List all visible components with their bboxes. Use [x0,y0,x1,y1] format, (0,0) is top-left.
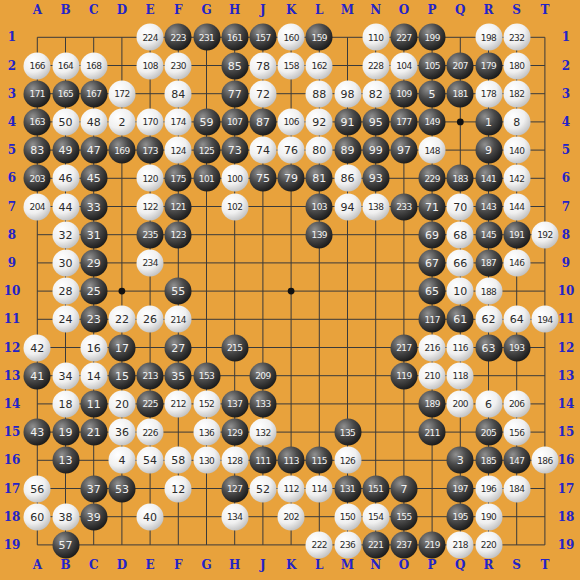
black-stone-B19-move-57[interactable]: 57 [52,531,79,558]
black-stone-B16-move-13[interactable]: 13 [52,447,79,474]
black-stone-A15-move-43[interactable]: 43 [24,419,51,446]
white-stone-C12-move-16[interactable]: 16 [80,334,107,361]
black-stone-F8-move-123[interactable]: 123 [165,221,192,248]
black-stone-R15-move-205[interactable]: 205 [475,419,502,446]
white-stone-L17-move-114[interactable]: 114 [306,475,333,502]
white-stone-L3-move-88[interactable]: 88 [306,80,333,107]
black-stone-C5-move-47[interactable]: 47 [80,137,107,164]
white-stone-J3-move-72[interactable]: 72 [249,80,276,107]
black-stone-N19-move-221[interactable]: 221 [362,531,389,558]
white-stone-S17-move-184[interactable]: 184 [503,475,530,502]
black-stone-H12-move-215[interactable]: 215 [221,334,248,361]
white-stone-Q10-move-10[interactable]: 10 [447,278,474,305]
white-stone-Q7-move-70[interactable]: 70 [447,193,474,220]
white-stone-S4-move-8[interactable]: 8 [503,108,530,135]
white-stone-S9-move-146[interactable]: 146 [503,249,530,276]
black-stone-P14-move-189[interactable]: 189 [419,390,446,417]
white-stone-N3-move-82[interactable]: 82 [362,80,389,107]
black-stone-J6-move-75[interactable]: 75 [249,165,276,192]
black-stone-Q2-move-207[interactable]: 207 [447,52,474,79]
black-stone-C14-move-11[interactable]: 11 [80,390,107,417]
black-stone-F12-move-27[interactable]: 27 [165,334,192,361]
black-stone-K6-move-79[interactable]: 79 [278,165,305,192]
black-stone-D12-move-17[interactable]: 17 [108,334,135,361]
white-stone-E18-move-40[interactable]: 40 [137,503,164,530]
black-stone-P6-move-229[interactable]: 229 [419,165,446,192]
black-stone-C15-move-21[interactable]: 21 [80,419,107,446]
black-stone-A5-move-83[interactable]: 83 [24,137,51,164]
black-stone-R8-move-145[interactable]: 145 [475,221,502,248]
white-stone-F4-move-174[interactable]: 174 [165,108,192,135]
col-label-top-R: R [484,4,494,16]
black-stone-N5-move-99[interactable]: 99 [362,137,389,164]
black-stone-B5-move-49[interactable]: 49 [52,137,79,164]
black-stone-P8-move-69[interactable]: 69 [419,221,446,248]
black-stone-G1-move-231[interactable]: 231 [193,24,220,51]
black-stone-O13-move-119[interactable]: 119 [390,362,417,389]
black-stone-Q6-move-183[interactable]: 183 [447,165,474,192]
black-stone-Q18-move-195[interactable]: 195 [447,503,474,530]
black-stone-P7-move-71[interactable]: 71 [419,193,446,220]
move-number: 121 [171,202,186,212]
white-stone-P5-move-148[interactable]: 148 [419,137,446,164]
white-stone-T11-move-194[interactable]: 194 [531,306,558,333]
move-number: 185 [481,455,496,465]
white-stone-R19-move-220[interactable]: 220 [475,531,502,558]
col-label-bottom-O: O [399,559,409,571]
black-stone-J13-move-209[interactable]: 209 [249,362,276,389]
black-stone-H5-move-73[interactable]: 73 [221,137,248,164]
row-label-right-10: 10 [558,285,575,297]
white-stone-K17-move-112[interactable]: 112 [278,475,305,502]
white-stone-R10-move-188[interactable]: 188 [475,278,502,305]
black-stone-P11-move-117[interactable]: 117 [419,306,446,333]
black-stone-O7-move-233[interactable]: 233 [390,193,417,220]
white-stone-E9-move-234[interactable]: 234 [137,249,164,276]
white-stone-F2-move-230[interactable]: 230 [165,52,192,79]
move-number: 124 [171,145,186,155]
move-number: 103 [312,202,327,212]
black-stone-E14-move-225[interactable]: 225 [137,390,164,417]
move-number: 132 [255,427,270,437]
black-stone-C7-move-33[interactable]: 33 [80,193,107,220]
white-stone-D4-move-2[interactable]: 2 [108,108,135,135]
white-stone-H6-move-100[interactable]: 100 [221,165,248,192]
col-label-top-A: A [33,4,42,16]
white-stone-T16-move-186[interactable]: 186 [531,447,558,474]
white-stone-A12-move-42[interactable]: 42 [24,334,51,361]
white-stone-T8-move-192[interactable]: 192 [531,221,558,248]
black-stone-N6-move-93[interactable]: 93 [362,165,389,192]
black-stone-P10-move-65[interactable]: 65 [419,278,446,305]
black-stone-O19-move-237[interactable]: 237 [390,531,417,558]
white-stone-B8-move-32[interactable]: 32 [52,221,79,248]
black-stone-H15-move-129[interactable]: 129 [221,419,248,446]
move-number: 60 [30,510,44,523]
col-label-bottom-G: G [201,559,211,571]
col-label-top-M: M [341,4,354,16]
white-stone-K1-move-160[interactable]: 160 [278,24,305,51]
white-stone-E7-move-122[interactable]: 122 [137,193,164,220]
black-stone-G6-move-101[interactable]: 101 [193,165,220,192]
white-stone-K2-move-158[interactable]: 158 [278,52,305,79]
white-stone-Q14-move-200[interactable]: 200 [447,390,474,417]
black-stone-M15-move-135[interactable]: 135 [334,419,361,446]
move-number: 42 [30,341,44,354]
white-stone-R1-move-198[interactable]: 198 [475,24,502,51]
move-number: 78 [256,59,270,72]
black-stone-H1-move-161[interactable]: 161 [221,24,248,51]
black-stone-H4-move-107[interactable]: 107 [221,108,248,135]
white-stone-S6-move-142[interactable]: 142 [503,165,530,192]
black-stone-G13-move-153[interactable]: 153 [193,362,220,389]
white-stone-Q12-move-116[interactable]: 116 [447,334,474,361]
white-stone-B2-move-164[interactable]: 164 [52,52,79,79]
black-stone-J4-move-87[interactable]: 87 [249,108,276,135]
black-stone-P3-move-5[interactable]: 5 [419,80,446,107]
white-stone-K4-move-106[interactable]: 106 [278,108,305,135]
col-label-top-L: L [315,4,323,16]
black-stone-H2-move-85[interactable]: 85 [221,52,248,79]
move-number: 9 [485,144,492,157]
white-stone-D14-move-20[interactable]: 20 [108,390,135,417]
white-stone-F16-move-58[interactable]: 58 [165,447,192,474]
white-stone-L4-move-92[interactable]: 92 [306,108,333,135]
white-stone-G15-move-136[interactable]: 136 [193,419,220,446]
white-stone-S15-move-156[interactable]: 156 [503,419,530,446]
col-label-bottom-L: L [315,559,323,571]
black-stone-C6-move-45[interactable]: 45 [80,165,107,192]
black-stone-R9-move-187[interactable]: 187 [475,249,502,276]
white-stone-A18-move-60[interactable]: 60 [24,503,51,530]
move-number: 162 [312,61,327,71]
move-number: 47 [87,144,101,157]
white-stone-B14-move-18[interactable]: 18 [52,390,79,417]
white-stone-R17-move-196[interactable]: 196 [475,475,502,502]
black-stone-R12-move-63[interactable]: 63 [475,334,502,361]
white-stone-F3-move-84[interactable]: 84 [165,80,192,107]
move-number: 133 [255,399,270,409]
move-number: 79 [284,172,298,185]
black-stone-J14-move-133[interactable]: 133 [249,390,276,417]
move-number: 68 [453,228,467,241]
white-stone-F11-move-214[interactable]: 214 [165,306,192,333]
move-number: 209 [255,371,270,381]
white-stone-M7-move-94[interactable]: 94 [334,193,361,220]
white-stone-Q9-move-66[interactable]: 66 [447,249,474,276]
move-number: 45 [87,172,101,185]
move-number: 214 [171,314,186,324]
white-stone-G16-move-130[interactable]: 130 [193,447,220,474]
black-stone-F1-move-223[interactable]: 223 [165,24,192,51]
col-label-top-E: E [146,4,155,16]
black-stone-R6-move-141[interactable]: 141 [475,165,502,192]
white-stone-H16-move-128[interactable]: 128 [221,447,248,474]
white-stone-B4-move-50[interactable]: 50 [52,108,79,135]
black-stone-E13-move-213[interactable]: 213 [137,362,164,389]
white-stone-P13-move-210[interactable]: 210 [419,362,446,389]
black-stone-D17-move-53[interactable]: 53 [108,475,135,502]
white-stone-M6-move-86[interactable]: 86 [334,165,361,192]
move-number: 110 [368,32,383,42]
white-stone-R14-move-6[interactable]: 6 [475,390,502,417]
black-stone-F6-move-175[interactable]: 175 [165,165,192,192]
black-stone-O17-move-7[interactable]: 7 [390,475,417,502]
black-stone-H14-move-137[interactable]: 137 [221,390,248,417]
white-stone-J15-move-132[interactable]: 132 [249,419,276,446]
move-number: 141 [481,173,496,183]
move-number: 194 [537,314,552,324]
black-stone-R2-move-179[interactable]: 179 [475,52,502,79]
white-stone-S1-move-232[interactable]: 232 [503,24,530,51]
white-stone-J5-move-74[interactable]: 74 [249,137,276,164]
black-stone-A6-move-203[interactable]: 203 [24,165,51,192]
black-stone-K16-move-113[interactable]: 113 [278,447,305,474]
black-stone-F13-move-35[interactable]: 35 [165,362,192,389]
move-number: 173 [142,145,157,155]
black-stone-F10-move-55[interactable]: 55 [165,278,192,305]
white-stone-N2-move-228[interactable]: 228 [362,52,389,79]
white-stone-L2-move-162[interactable]: 162 [306,52,333,79]
white-stone-B18-move-38[interactable]: 38 [52,503,79,530]
white-stone-N1-move-110[interactable]: 110 [362,24,389,51]
move-number: 178 [481,89,496,99]
black-stone-B15-move-19[interactable]: 19 [52,419,79,446]
move-number: 198 [481,32,496,42]
move-number: 91 [341,115,355,128]
white-stone-E1-move-224[interactable]: 224 [137,24,164,51]
move-number: 97 [397,144,411,157]
white-stone-E4-move-170[interactable]: 170 [137,108,164,135]
white-stone-B7-move-44[interactable]: 44 [52,193,79,220]
black-stone-L1-move-159[interactable]: 159 [306,24,333,51]
col-label-bottom-F: F [174,559,183,571]
black-stone-E8-move-235[interactable]: 235 [137,221,164,248]
white-stone-E11-move-26[interactable]: 26 [137,306,164,333]
white-stone-F5-move-124[interactable]: 124 [165,137,192,164]
white-stone-A17-move-56[interactable]: 56 [24,475,51,502]
white-stone-B11-move-24[interactable]: 24 [52,306,79,333]
move-number: 186 [537,455,552,465]
black-stone-O5-move-97[interactable]: 97 [390,137,417,164]
white-stone-M3-move-98[interactable]: 98 [334,80,361,107]
black-stone-C8-move-31[interactable]: 31 [80,221,107,248]
white-stone-P12-move-216[interactable]: 216 [419,334,446,361]
white-stone-Q13-move-118[interactable]: 118 [447,362,474,389]
move-number: 183 [453,173,468,183]
white-stone-S5-move-140[interactable]: 140 [503,137,530,164]
black-stone-O4-move-177[interactable]: 177 [390,108,417,135]
white-stone-H7-move-102[interactable]: 102 [221,193,248,220]
black-stone-J16-move-111[interactable]: 111 [249,447,276,474]
black-stone-O1-move-227[interactable]: 227 [390,24,417,51]
move-number: 12 [171,482,185,495]
black-stone-C3-move-167[interactable]: 167 [80,80,107,107]
black-stone-O3-move-109[interactable]: 109 [390,80,417,107]
move-number: 93 [369,172,383,185]
white-stone-D16-move-4[interactable]: 4 [108,447,135,474]
black-stone-L6-move-81[interactable]: 81 [306,165,333,192]
black-stone-Q11-move-61[interactable]: 61 [447,306,474,333]
black-stone-N17-move-151[interactable]: 151 [362,475,389,502]
white-stone-S14-move-206[interactable]: 206 [503,390,530,417]
white-stone-D3-move-172[interactable]: 172 [108,80,135,107]
white-stone-B9-move-30[interactable]: 30 [52,249,79,276]
white-stone-S2-move-180[interactable]: 180 [503,52,530,79]
white-stone-S11-move-64[interactable]: 64 [503,306,530,333]
white-stone-E15-move-226[interactable]: 226 [137,419,164,446]
black-stone-G5-move-125[interactable]: 125 [193,137,220,164]
move-number: 234 [142,258,157,268]
white-stone-D15-move-36[interactable]: 36 [108,419,135,446]
black-stone-P4-move-149[interactable]: 149 [419,108,446,135]
white-stone-M18-move-150[interactable]: 150 [334,503,361,530]
black-stone-P1-move-199[interactable]: 199 [419,24,446,51]
black-stone-M4-move-91[interactable]: 91 [334,108,361,135]
black-stone-R5-move-9[interactable]: 9 [475,137,502,164]
move-number: 152 [199,399,214,409]
black-stone-C10-move-25[interactable]: 25 [80,278,107,305]
white-stone-L19-move-222[interactable]: 222 [306,531,333,558]
black-stone-O18-move-155[interactable]: 155 [390,503,417,530]
white-stone-F17-move-12[interactable]: 12 [165,475,192,502]
black-stone-D5-move-169[interactable]: 169 [108,137,135,164]
white-stone-K5-move-76[interactable]: 76 [278,137,305,164]
move-number: 61 [453,313,467,326]
white-stone-C4-move-48[interactable]: 48 [80,108,107,135]
move-number: 190 [481,512,496,522]
black-stone-O12-move-217[interactable]: 217 [390,334,417,361]
white-stone-J17-move-52[interactable]: 52 [249,475,276,502]
black-stone-R7-move-143[interactable]: 143 [475,193,502,220]
move-number: 199 [424,32,439,42]
move-number: 137 [227,399,242,409]
white-stone-S3-move-182[interactable]: 182 [503,80,530,107]
black-stone-L16-move-115[interactable]: 115 [306,447,333,474]
move-number: 196 [481,484,496,494]
white-stone-N7-move-138[interactable]: 138 [362,193,389,220]
white-stone-R18-move-190[interactable]: 190 [475,503,502,530]
col-label-bottom-S: S [512,559,521,571]
black-stone-Q17-move-197[interactable]: 197 [447,475,474,502]
black-stone-M17-move-131[interactable]: 131 [334,475,361,502]
black-stone-P15-move-211[interactable]: 211 [419,419,446,446]
black-stone-A4-move-163[interactable]: 163 [24,108,51,135]
black-stone-H17-move-127[interactable]: 127 [221,475,248,502]
white-stone-G14-move-152[interactable]: 152 [193,390,220,417]
white-stone-O2-move-104[interactable]: 104 [390,52,417,79]
black-stone-F7-move-121[interactable]: 121 [165,193,192,220]
black-stone-S16-move-147[interactable]: 147 [503,447,530,474]
col-label-bottom-A: A [33,559,42,571]
white-stone-N18-move-154[interactable]: 154 [362,503,389,530]
move-number: 207 [453,61,468,71]
black-stone-C18-move-39[interactable]: 39 [80,503,107,530]
black-stone-H3-move-77[interactable]: 77 [221,80,248,107]
white-stone-Q8-move-68[interactable]: 68 [447,221,474,248]
move-number: 109 [396,89,411,99]
move-number: 24 [59,313,73,326]
move-number: 118 [453,371,468,381]
white-stone-R11-move-62[interactable]: 62 [475,306,502,333]
white-stone-B6-move-46[interactable]: 46 [52,165,79,192]
row-label-left-15: 15 [4,426,21,438]
black-stone-D13-move-15[interactable]: 15 [108,362,135,389]
black-stone-A3-move-171[interactable]: 171 [24,80,51,107]
black-stone-C9-move-29[interactable]: 29 [80,249,107,276]
move-number: 70 [453,200,467,213]
move-number: 160 [283,32,298,42]
black-stone-B3-move-165[interactable]: 165 [52,80,79,107]
row-label-right-2: 2 [562,60,570,72]
black-stone-A13-move-41[interactable]: 41 [24,362,51,389]
white-stone-D11-move-22[interactable]: 22 [108,306,135,333]
black-stone-S8-move-191[interactable]: 191 [503,221,530,248]
black-stone-L8-move-139[interactable]: 139 [306,221,333,248]
white-stone-Q19-move-218[interactable]: 218 [447,531,474,558]
black-stone-R4-move-1[interactable]: 1 [475,108,502,135]
move-number: 127 [227,484,242,494]
white-stone-E2-move-108[interactable]: 108 [137,52,164,79]
move-number: 100 [227,173,242,183]
move-number: 3 [457,454,464,467]
white-stone-A2-move-166[interactable]: 166 [24,52,51,79]
black-stone-S12-move-193[interactable]: 193 [503,334,530,361]
go-board[interactable]: AABBCCDDEEFFGGHHJJKKLLMMNNOOPPQQRRSSTT11… [0,0,580,580]
white-stone-C13-move-14[interactable]: 14 [80,362,107,389]
black-stone-J1-move-157[interactable]: 157 [249,24,276,51]
white-stone-F14-move-212[interactable]: 212 [165,390,192,417]
black-stone-Q16-move-3[interactable]: 3 [447,447,474,474]
move-number: 92 [312,115,326,128]
black-stone-R16-move-185[interactable]: 185 [475,447,502,474]
white-stone-E16-move-54[interactable]: 54 [137,447,164,474]
white-stone-M19-move-236[interactable]: 236 [334,531,361,558]
move-number: 17 [115,341,129,354]
move-number: 206 [509,399,524,409]
black-stone-P2-move-105[interactable]: 105 [419,52,446,79]
white-stone-M16-move-126[interactable]: 126 [334,447,361,474]
white-stone-C2-move-168[interactable]: 168 [80,52,107,79]
white-stone-S7-move-144[interactable]: 144 [503,193,530,220]
white-stone-J2-move-78[interactable]: 78 [249,52,276,79]
black-stone-L7-move-103[interactable]: 103 [306,193,333,220]
white-stone-B10-move-28[interactable]: 28 [52,278,79,305]
black-stone-M5-move-89[interactable]: 89 [334,137,361,164]
white-stone-H18-move-134[interactable]: 134 [221,503,248,530]
white-stone-K18-move-202[interactable]: 202 [278,503,305,530]
move-number: 57 [59,538,73,551]
white-stone-B13-move-34[interactable]: 34 [52,362,79,389]
black-stone-P19-move-219[interactable]: 219 [419,531,446,558]
white-stone-R3-move-178[interactable]: 178 [475,80,502,107]
move-number: 218 [453,540,468,550]
white-stone-E6-move-120[interactable]: 120 [137,165,164,192]
move-number: 123 [171,230,186,240]
row-label-left-1: 1 [8,31,16,43]
black-stone-N4-move-95[interactable]: 95 [362,108,389,135]
black-stone-E5-move-173[interactable]: 173 [137,137,164,164]
move-number: 172 [114,89,129,99]
white-stone-L5-move-80[interactable]: 80 [306,137,333,164]
black-stone-P9-move-67[interactable]: 67 [419,249,446,276]
black-stone-G4-move-59[interactable]: 59 [193,108,220,135]
black-stone-Q3-move-181[interactable]: 181 [447,80,474,107]
black-stone-C11-move-23[interactable]: 23 [80,306,107,333]
move-number: 227 [396,32,411,42]
black-stone-C17-move-37[interactable]: 37 [80,475,107,502]
white-stone-A7-move-204[interactable]: 204 [24,193,51,220]
